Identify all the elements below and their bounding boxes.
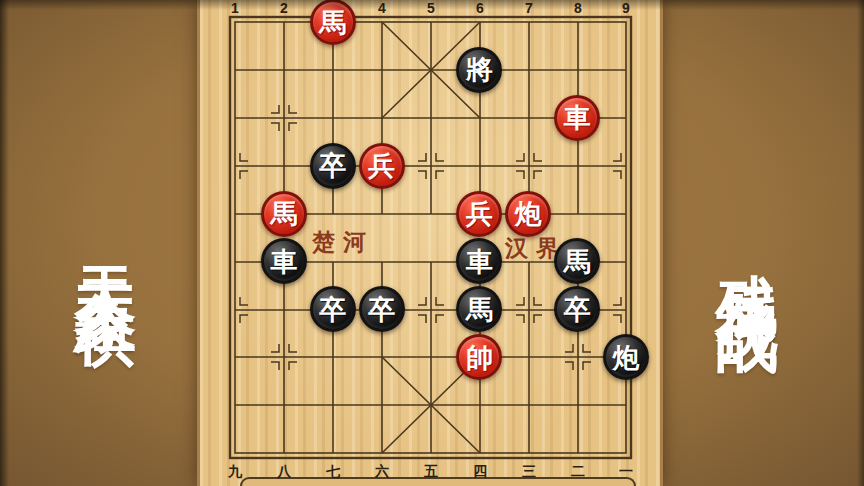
piece-black-卒[interactable]: 卒 (310, 286, 356, 332)
piece-black-將[interactable]: 將 (456, 47, 502, 93)
piece-black-馬[interactable]: 馬 (554, 238, 600, 284)
piece-red-兵[interactable]: 兵 (359, 143, 405, 189)
piece-red-馬[interactable]: 馬 (261, 191, 307, 237)
piece-black-炮[interactable]: 炮 (603, 334, 649, 380)
piece-red-兵[interactable]: 兵 (456, 191, 502, 237)
xiangqi-board[interactable]: 123456789 九八七六五四三二一 楚河 汉界 馬將車卒兵馬兵炮車車馬卒卒馬… (197, 0, 663, 486)
piece-black-車[interactable]: 車 (456, 238, 502, 284)
left-banner: 天天象棋 (50, 0, 160, 486)
right-banner: 残局挑战 (692, 0, 802, 486)
piece-red-帥[interactable]: 帥 (456, 334, 502, 380)
app-title: 天天象棋 (63, 217, 147, 269)
piece-black-卒[interactable]: 卒 (554, 286, 600, 332)
piece-black-車[interactable]: 車 (261, 238, 307, 284)
piece-red-馬[interactable]: 馬 (310, 0, 356, 45)
piece-red-車[interactable]: 車 (554, 95, 600, 141)
piece-layer: 馬將車卒兵馬兵炮車車馬卒卒馬卒帥炮 (211, 0, 651, 477)
piece-black-卒[interactable]: 卒 (359, 286, 405, 332)
piece-red-炮[interactable]: 炮 (505, 191, 551, 237)
app-screen: 天天象棋 123456789 九八七六五四三二一 楚河 汉界 馬將車卒兵馬兵炮車… (0, 0, 864, 486)
mode-title: 残局挑战 (705, 224, 789, 276)
piece-black-卒[interactable]: 卒 (310, 143, 356, 189)
piece-black-馬[interactable]: 馬 (456, 286, 502, 332)
